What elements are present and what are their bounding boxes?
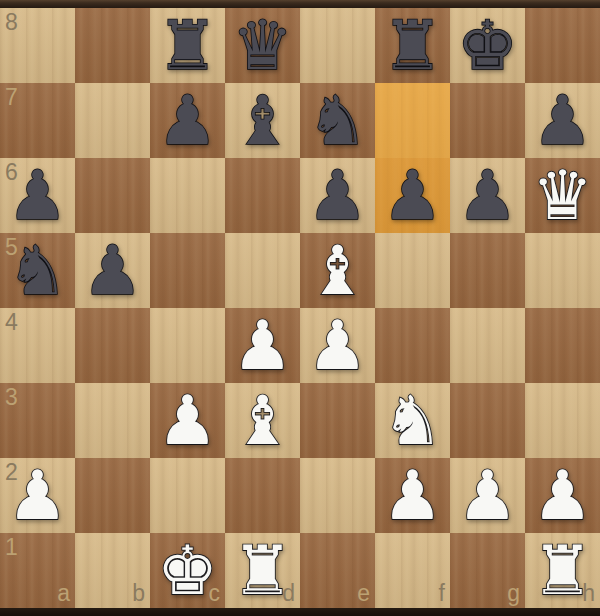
rank-label-1: 1 xyxy=(5,534,18,561)
piece-black-pawn[interactable]: ♟ xyxy=(300,158,375,233)
piece-white-rook[interactable]: ♜ xyxy=(525,533,600,608)
square-e2[interactable] xyxy=(300,458,375,533)
piece-white-knight[interactable]: ♞ xyxy=(375,383,450,458)
square-g8[interactable]: ♚ xyxy=(450,8,525,83)
rank-label-3: 3 xyxy=(5,384,18,411)
piece-black-knight[interactable]: ♞ xyxy=(300,83,375,158)
piece-white-pawn[interactable]: ♟ xyxy=(375,458,450,533)
rank-label-8: 8 xyxy=(5,9,18,36)
square-g6[interactable]: ♟ xyxy=(450,158,525,233)
square-f6[interactable]: ♟ xyxy=(375,158,450,233)
file-label-g: g xyxy=(507,580,520,607)
square-a1[interactable]: 1a xyxy=(0,533,75,608)
square-c7[interactable]: ♟ xyxy=(150,83,225,158)
square-h3[interactable] xyxy=(525,383,600,458)
square-b1[interactable]: b xyxy=(75,533,150,608)
piece-black-knight[interactable]: ♞ xyxy=(0,233,75,308)
board-grid: 8♜♛♜♚7♟♝♞♟♟6♟♟♟♛♞5♟♝4♟♟3♟♝♞♟2♟♟♟1ab♚c♜de… xyxy=(0,8,600,608)
square-f2[interactable]: ♟ xyxy=(375,458,450,533)
piece-white-queen[interactable]: ♛ xyxy=(525,158,600,233)
square-h2[interactable]: ♟ xyxy=(525,458,600,533)
piece-black-king[interactable]: ♚ xyxy=(450,8,525,83)
piece-black-pawn[interactable]: ♟ xyxy=(75,233,150,308)
square-e4[interactable]: ♟ xyxy=(300,308,375,383)
square-h4[interactable] xyxy=(525,308,600,383)
square-h8[interactable] xyxy=(525,8,600,83)
square-h1[interactable]: ♜h xyxy=(525,533,600,608)
square-c2[interactable] xyxy=(150,458,225,533)
piece-white-pawn[interactable]: ♟ xyxy=(150,383,225,458)
piece-black-bishop[interactable]: ♝ xyxy=(225,83,300,158)
chess-board: 8♜♛♜♚7♟♝♞♟♟6♟♟♟♛♞5♟♝4♟♟3♟♝♞♟2♟♟♟1ab♚c♜de… xyxy=(0,0,600,616)
square-f1[interactable]: f xyxy=(375,533,450,608)
piece-black-pawn[interactable]: ♟ xyxy=(150,83,225,158)
square-c8[interactable]: ♜ xyxy=(150,8,225,83)
square-h6[interactable]: ♛ xyxy=(525,158,600,233)
square-b7[interactable] xyxy=(75,83,150,158)
rank-label-7: 7 xyxy=(5,84,18,111)
square-g4[interactable] xyxy=(450,308,525,383)
piece-white-pawn[interactable]: ♟ xyxy=(225,308,300,383)
square-g3[interactable] xyxy=(450,383,525,458)
square-d1[interactable]: ♜d xyxy=(225,533,300,608)
file-label-b: b xyxy=(132,580,145,607)
square-d6[interactable] xyxy=(225,158,300,233)
square-a7[interactable]: 7 xyxy=(0,83,75,158)
piece-black-rook[interactable]: ♜ xyxy=(375,8,450,83)
square-d3[interactable]: ♝ xyxy=(225,383,300,458)
piece-black-pawn[interactable]: ♟ xyxy=(525,83,600,158)
square-e7[interactable]: ♞ xyxy=(300,83,375,158)
square-e6[interactable]: ♟ xyxy=(300,158,375,233)
square-c3[interactable]: ♟ xyxy=(150,383,225,458)
square-f8[interactable]: ♜ xyxy=(375,8,450,83)
square-f5[interactable] xyxy=(375,233,450,308)
square-d5[interactable] xyxy=(225,233,300,308)
square-f4[interactable] xyxy=(375,308,450,383)
square-a3[interactable]: 3 xyxy=(0,383,75,458)
square-a4[interactable]: 4 xyxy=(0,308,75,383)
piece-white-pawn[interactable]: ♟ xyxy=(525,458,600,533)
piece-black-pawn[interactable]: ♟ xyxy=(450,158,525,233)
square-e8[interactable] xyxy=(300,8,375,83)
square-g1[interactable]: g xyxy=(450,533,525,608)
square-e3[interactable] xyxy=(300,383,375,458)
square-g2[interactable]: ♟ xyxy=(450,458,525,533)
square-a6[interactable]: ♟6 xyxy=(0,158,75,233)
square-g7[interactable] xyxy=(450,83,525,158)
square-c1[interactable]: ♚c xyxy=(150,533,225,608)
file-label-e: e xyxy=(357,580,370,607)
board-frame-bottom xyxy=(0,608,600,616)
square-h7[interactable]: ♟ xyxy=(525,83,600,158)
square-a5[interactable]: ♞5 xyxy=(0,233,75,308)
square-d8[interactable]: ♛ xyxy=(225,8,300,83)
square-a2[interactable]: ♟2 xyxy=(0,458,75,533)
square-d2[interactable] xyxy=(225,458,300,533)
square-b5[interactable]: ♟ xyxy=(75,233,150,308)
piece-white-king[interactable]: ♚ xyxy=(150,533,225,608)
square-b6[interactable] xyxy=(75,158,150,233)
piece-white-pawn[interactable]: ♟ xyxy=(0,458,75,533)
square-c4[interactable] xyxy=(150,308,225,383)
square-f3[interactable]: ♞ xyxy=(375,383,450,458)
square-b2[interactable] xyxy=(75,458,150,533)
square-b8[interactable] xyxy=(75,8,150,83)
square-f7[interactable] xyxy=(375,83,450,158)
piece-white-bishop[interactable]: ♝ xyxy=(225,383,300,458)
square-b3[interactable] xyxy=(75,383,150,458)
piece-white-bishop[interactable]: ♝ xyxy=(300,233,375,308)
file-label-a: a xyxy=(57,580,70,607)
square-c5[interactable] xyxy=(150,233,225,308)
piece-black-rook[interactable]: ♜ xyxy=(150,8,225,83)
piece-white-pawn[interactable]: ♟ xyxy=(450,458,525,533)
square-d4[interactable]: ♟ xyxy=(225,308,300,383)
rank-label-4: 4 xyxy=(5,309,18,336)
file-label-f: f xyxy=(439,580,445,607)
piece-black-queen[interactable]: ♛ xyxy=(225,8,300,83)
piece-black-pawn[interactable]: ♟ xyxy=(375,158,450,233)
square-b4[interactable] xyxy=(75,308,150,383)
piece-black-pawn[interactable]: ♟ xyxy=(0,158,75,233)
square-e1[interactable]: e xyxy=(300,533,375,608)
square-a8[interactable]: 8 xyxy=(0,8,75,83)
piece-white-rook[interactable]: ♜ xyxy=(225,533,300,608)
square-c6[interactable] xyxy=(150,158,225,233)
square-d7[interactable]: ♝ xyxy=(225,83,300,158)
square-h5[interactable] xyxy=(525,233,600,308)
square-e5[interactable]: ♝ xyxy=(300,233,375,308)
square-g5[interactable] xyxy=(450,233,525,308)
piece-white-pawn[interactable]: ♟ xyxy=(300,308,375,383)
